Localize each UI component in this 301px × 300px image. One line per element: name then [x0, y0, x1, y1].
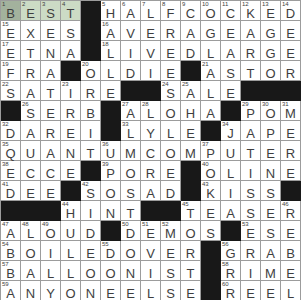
cell-letter: D [86, 227, 95, 240]
cell-r13c3[interactable]: I [41, 241, 61, 261]
cell-r1c2[interactable]: 2E [21, 1, 41, 21]
cell-r4c14[interactable]: O [261, 61, 281, 81]
cell-r2c12[interactable]: E [221, 21, 241, 41]
cell-r8c9[interactable]: O [161, 141, 181, 161]
cell-r11c7[interactable]: T [121, 201, 141, 221]
cell-letter: T [247, 147, 255, 160]
black-square [241, 81, 261, 101]
cell-letter: B [6, 247, 15, 260]
cell-r15c2[interactable]: N [21, 281, 41, 300]
cell-r9c3[interactable]: C [41, 161, 61, 181]
cell-letter: X [26, 27, 35, 40]
cell-r12c7[interactable]: 50D [121, 221, 141, 241]
cell-r6c2[interactable]: 26S [21, 101, 41, 121]
cell-r12c8[interactable]: 51E [141, 221, 161, 241]
cell-letter: E [286, 227, 295, 240]
cell-r13c1[interactable]: 54B [1, 241, 21, 261]
cell-letter: N [46, 47, 55, 60]
cell-r14c3[interactable]: L [41, 261, 61, 281]
cell-letter: D [186, 47, 195, 60]
cell-letter: I [129, 47, 133, 60]
black-square [101, 221, 121, 241]
cell-r4c12[interactable]: S [221, 61, 241, 81]
clue-number: 49 [42, 221, 49, 228]
cell-letter: E [146, 227, 155, 240]
cell-r7c13[interactable]: A [241, 121, 261, 141]
cell-letter: T [47, 87, 55, 100]
black-square [181, 181, 201, 201]
clue-number: 7 [142, 1, 145, 8]
cell-r13c14[interactable]: A [261, 241, 281, 261]
cell-r4c11[interactable]: 21A [201, 61, 221, 81]
cell-r1c13[interactable]: 12K [241, 1, 261, 21]
cell-r12c14[interactable]: S [261, 221, 281, 241]
cell-letter: R [86, 87, 95, 100]
cell-r15c8[interactable]: L [141, 281, 161, 300]
cell-r5c11[interactable]: L [201, 81, 221, 101]
cell-letter: N [26, 287, 35, 300]
cell-r14c14[interactable]: M [261, 261, 281, 281]
cell-r12c1[interactable]: 47A [1, 221, 21, 241]
cell-r15c13[interactable]: E [241, 281, 261, 300]
cell-letter: E [286, 167, 295, 180]
cell-r8c1[interactable]: 35Q [1, 141, 21, 161]
cell-r2c1[interactable]: 15E [1, 21, 21, 41]
cell-r7c7[interactable]: 33L [121, 121, 141, 141]
cell-letter: H [66, 207, 75, 220]
cell-r3c10[interactable]: D [181, 41, 201, 61]
cell-r9c8[interactable]: R [141, 161, 161, 181]
clue-number: 28 [142, 101, 149, 108]
cell-r9c14[interactable]: N [261, 161, 281, 181]
cell-r3c2[interactable]: T [21, 41, 41, 61]
cell-r12c13[interactable]: 53E [241, 221, 261, 241]
cell-letter: S [6, 87, 15, 100]
clue-number: 39 [102, 161, 109, 168]
cell-r1c8[interactable]: 7L [141, 1, 161, 21]
cell-r4c8[interactable]: I [141, 61, 161, 81]
cell-letter: E [66, 127, 75, 140]
cell-letter: E [246, 227, 255, 240]
cell-r3c11[interactable]: L [201, 41, 221, 61]
cell-r13c6[interactable]: 55D [101, 241, 121, 261]
cell-r10c11[interactable]: 43K [201, 181, 221, 201]
cell-r7c15[interactable]: E [281, 121, 301, 141]
cell-letter: I [229, 187, 233, 200]
black-square [221, 221, 241, 241]
cell-letter: A [206, 67, 215, 80]
cell-r8c8[interactable]: C [141, 141, 161, 161]
cell-letter: T [187, 267, 195, 280]
cell-r8c6[interactable]: 36U [101, 141, 121, 161]
cell-r10c8[interactable]: A [141, 181, 161, 201]
cell-r13c15[interactable]: B [281, 241, 301, 261]
cell-r12c15[interactable]: E [281, 221, 301, 241]
clue-number: 15 [2, 21, 9, 28]
cell-r3c4[interactable]: A [61, 41, 81, 61]
cell-r9c4[interactable]: E [61, 161, 81, 181]
cell-letter: P [206, 147, 215, 160]
cell-r3c9[interactable]: E [161, 41, 181, 61]
cell-r14c6[interactable]: O [101, 261, 121, 281]
clue-number: 34 [222, 121, 229, 128]
cell-letter: I [49, 247, 53, 260]
cell-letter: A [206, 107, 215, 120]
cell-r7c14[interactable]: P [261, 121, 281, 141]
cell-letter: E [286, 27, 295, 40]
cell-r12c4[interactable]: U [61, 221, 81, 241]
cell-r13c2[interactable]: O [21, 241, 41, 261]
cell-letter: R [286, 207, 295, 220]
cell-letter: S [66, 27, 75, 40]
cell-r15c9[interactable]: S [161, 281, 181, 300]
clue-number: 9 [182, 1, 185, 8]
cell-r8c7[interactable]: M [121, 141, 141, 161]
cell-r5c9[interactable]: 24S [161, 81, 181, 101]
cell-r1c12[interactable]: 11C [221, 1, 241, 21]
cell-r10c9[interactable]: D [161, 181, 181, 201]
cell-r7c12[interactable]: 34J [221, 121, 241, 141]
clue-number: 38 [2, 161, 9, 168]
cell-r2c6[interactable]: 16A [101, 21, 121, 41]
cell-r10c13[interactable]: S [241, 181, 261, 201]
cell-r8c15[interactable]: R [281, 141, 301, 161]
cell-r7c1[interactable]: 32D [1, 121, 21, 141]
cell-letter: P [266, 127, 275, 140]
cell-r9c13[interactable]: I [241, 161, 261, 181]
cell-r3c3[interactable]: N [41, 41, 61, 61]
cell-r2c11[interactable]: G [201, 21, 221, 41]
cell-r2c13[interactable]: A [241, 21, 261, 41]
cell-letter: L [147, 107, 154, 120]
cell-r1c9[interactable]: 8F [161, 1, 181, 21]
cell-letter: S [166, 267, 175, 280]
cell-r9c1[interactable]: 38E [1, 161, 21, 181]
cell-r13c13[interactable]: R [241, 241, 261, 261]
cell-r3c8[interactable]: V [141, 41, 161, 61]
cell-letter: R [246, 247, 255, 260]
cell-r2c10[interactable]: A [181, 21, 201, 41]
cell-r12c5[interactable]: D [81, 221, 101, 241]
cell-r8c10[interactable]: M [181, 141, 201, 161]
cell-r4c5[interactable]: 20O [81, 61, 101, 81]
cell-r11c10[interactable]: 45T [181, 201, 201, 221]
cell-r11c12[interactable]: A [221, 201, 241, 221]
cell-r2c3[interactable]: E [41, 21, 61, 41]
clue-number: 2 [22, 1, 25, 8]
cell-r3c6[interactable]: 18L [101, 41, 121, 61]
cell-r9c6[interactable]: 39P [101, 161, 121, 181]
clue-number: 1 [2, 1, 5, 8]
cell-r6c9[interactable]: O [161, 101, 181, 121]
cell-r14c8[interactable]: I [141, 261, 161, 281]
cell-r5c2[interactable]: A [21, 81, 41, 101]
cell-r3c12[interactable]: A [221, 41, 241, 61]
clue-number: 26 [22, 101, 29, 108]
cell-r2c4[interactable]: S [61, 21, 81, 41]
black-square [281, 181, 301, 201]
cell-r11c13[interactable]: S [241, 201, 261, 221]
cell-letter: G [225, 247, 235, 260]
cell-letter: R [286, 67, 295, 80]
clue-number: 18 [102, 41, 109, 48]
cell-letter: E [286, 267, 295, 280]
cell-r15c1[interactable]: 59A [1, 281, 21, 300]
cell-letter: E [166, 247, 175, 260]
cell-r14c4[interactable]: L [61, 261, 81, 281]
cell-r13c5[interactable]: E [81, 241, 101, 261]
cell-r1c14[interactable]: 13E [261, 1, 281, 21]
cell-r8c11[interactable]: 37P [201, 141, 221, 161]
cell-r14c12[interactable]: 58R [221, 261, 241, 281]
cell-r5c12[interactable]: E [221, 81, 241, 101]
cell-r9c11[interactable]: 40O [201, 161, 221, 181]
cell-r5c5[interactable]: R [81, 81, 101, 101]
cell-r13c12[interactable]: 56G [221, 241, 241, 261]
cell-letter: G [265, 27, 275, 40]
cell-letter: A [246, 27, 255, 40]
cell-r5c6[interactable]: E [101, 81, 121, 101]
cell-r10c7[interactable]: S [121, 181, 141, 201]
cell-r12c10[interactable]: O [181, 221, 201, 241]
cell-r9c15[interactable]: E [281, 161, 301, 181]
cell-r11c4[interactable]: 44H [61, 201, 81, 221]
cell-r9c2[interactable]: C [21, 161, 41, 181]
black-square [161, 201, 181, 221]
cell-r12c3[interactable]: 49O [41, 221, 61, 241]
cell-r13c9[interactable]: E [161, 241, 181, 261]
cell-letter: S [26, 107, 35, 120]
cell-r15c7[interactable]: E [121, 281, 141, 300]
cell-r4c7[interactable]: D [121, 61, 141, 81]
cell-letter: S [246, 187, 255, 200]
cell-r8c4[interactable]: N [61, 141, 81, 161]
clue-number: 4 [62, 1, 65, 8]
cell-letter: D [286, 7, 295, 20]
cell-r14c2[interactable]: A [21, 261, 41, 281]
cell-r14c15[interactable]: E [281, 261, 301, 281]
cell-r11c6[interactable]: N [101, 201, 121, 221]
cell-letter: O [125, 167, 135, 180]
cell-letter: E [166, 167, 175, 180]
cell-r2c14[interactable]: G [261, 21, 281, 41]
cell-r13c10[interactable]: R [181, 241, 201, 261]
cell-r2c7[interactable]: V [121, 21, 141, 41]
cell-r15c10[interactable]: E [181, 281, 201, 300]
cell-letter: L [207, 47, 214, 60]
cell-r7c3[interactable]: R [41, 121, 61, 141]
clue-number: 13 [262, 1, 269, 8]
cell-r13c4[interactable]: L [61, 241, 81, 261]
cell-r4c1[interactable]: 19F [1, 61, 21, 81]
cell-r5c4[interactable]: 23I [61, 81, 81, 101]
cell-letter: M [125, 147, 136, 160]
cell-r4c15[interactable]: R [281, 61, 301, 81]
cell-r3c15[interactable]: E [281, 41, 301, 61]
cell-r15c5[interactable]: N [81, 281, 101, 300]
cell-letter: U [226, 147, 235, 160]
cell-letter: E [106, 87, 115, 100]
cell-r3c7[interactable]: I [121, 41, 141, 61]
cell-letter: D [126, 227, 135, 240]
cell-letter: U [26, 147, 35, 160]
cell-r12c11[interactable]: S [201, 221, 221, 241]
cell-r7c10[interactable]: E [181, 121, 201, 141]
cell-r7c4[interactable]: E [61, 121, 81, 141]
clue-number: 53 [242, 221, 249, 228]
cell-r14c9[interactable]: S [161, 261, 181, 281]
cell-r6c14[interactable]: 30O [261, 101, 281, 121]
cell-r4c9[interactable]: E [161, 61, 181, 81]
cell-letter: I [249, 267, 253, 280]
cell-letter: G [265, 47, 275, 60]
cell-r5c3[interactable]: T [41, 81, 61, 101]
cell-r14c10[interactable]: T [181, 261, 201, 281]
cell-r10c1[interactable]: 41D [1, 181, 21, 201]
cell-r15c6[interactable]: E [101, 281, 121, 300]
cell-r7c9[interactable]: L [161, 121, 181, 141]
cell-letter: D [6, 127, 15, 140]
cell-r8c5[interactable]: T [81, 141, 101, 161]
cell-r12c9[interactable]: 52M [161, 221, 181, 241]
cell-letter: C [46, 167, 55, 180]
cell-letter: E [126, 287, 135, 300]
cell-letter: T [187, 207, 195, 220]
cell-r4c3[interactable]: A [41, 61, 61, 81]
clue-number: 30 [262, 101, 269, 108]
clue-number: 14 [282, 1, 289, 8]
cell-r15c15[interactable]: L [281, 281, 301, 300]
clue-number: 23 [62, 81, 69, 88]
cell-r7c5[interactable]: I [81, 121, 101, 141]
cell-r6c3[interactable]: E [41, 101, 61, 121]
cell-r1c7[interactable]: 6A [121, 1, 141, 21]
cell-r14c7[interactable]: N [121, 261, 141, 281]
clue-number: 42 [82, 181, 89, 188]
cell-r10c6[interactable]: O [101, 181, 121, 201]
cell-r11c14[interactable]: E [261, 201, 281, 221]
cell-letter: B [6, 7, 15, 20]
cell-letter: L [227, 167, 234, 180]
cell-r9c9[interactable]: E [161, 161, 181, 181]
cell-r1c15[interactable]: 14D [281, 1, 301, 21]
black-square [281, 81, 301, 101]
clue-number: 6 [122, 1, 125, 8]
cell-r14c13[interactable]: I [241, 261, 261, 281]
cell-letter: E [6, 167, 15, 180]
cell-r7c8[interactable]: Y [141, 121, 161, 141]
cell-letter: N [126, 267, 135, 280]
cell-r8c2[interactable]: U [21, 141, 41, 161]
cell-r11c15[interactable]: 46R [281, 201, 301, 221]
cell-r8c14[interactable]: E [261, 141, 281, 161]
cell-r9c7[interactable]: O [121, 161, 141, 181]
cell-r3c14[interactable]: G [261, 41, 281, 61]
cell-letter: L [107, 67, 114, 80]
cell-letter: A [226, 47, 235, 60]
cell-r2c15[interactable]: E [281, 21, 301, 41]
cell-r6c8[interactable]: 28L [141, 101, 161, 121]
cell-letter: O [125, 247, 135, 260]
black-square [61, 181, 81, 201]
cell-r2c8[interactable]: E [141, 21, 161, 41]
cell-r6c5[interactable]: B [81, 101, 101, 121]
cell-r6c7[interactable]: 27A [121, 101, 141, 121]
cell-r8c12[interactable]: U [221, 141, 241, 161]
cursor-cell-r1c1[interactable]: 1B [1, 1, 21, 21]
cell-r14c5[interactable]: O [81, 261, 101, 281]
cell-r10c5[interactable]: 42S [81, 181, 101, 201]
cell-r10c3[interactable]: E [41, 181, 61, 201]
cell-r9c12[interactable]: L [221, 161, 241, 181]
cell-r6c11[interactable]: A [201, 101, 221, 121]
cell-r15c4[interactable]: O [61, 281, 81, 300]
cell-r1c10[interactable]: 9C [181, 1, 201, 21]
cell-r12c2[interactable]: 48L [21, 221, 41, 241]
clue-number: 10 [202, 1, 209, 8]
cell-r4c2[interactable]: R [21, 61, 41, 81]
clue-number: 17 [2, 41, 9, 48]
cell-r11c11[interactable]: E [201, 201, 221, 221]
cell-letter: E [266, 147, 275, 160]
cell-r10c14[interactable]: S [261, 181, 281, 201]
cell-r14c1[interactable]: 57B [1, 261, 21, 281]
cell-r2c2[interactable]: X [21, 21, 41, 41]
cell-r4c13[interactable]: T [241, 61, 261, 81]
clue-number: 48 [22, 221, 29, 228]
cell-letter: O [105, 187, 115, 200]
clue-number: 55 [102, 241, 109, 248]
cell-letter: E [166, 47, 175, 60]
cell-letter: T [67, 7, 75, 20]
cell-r15c14[interactable]: E [261, 281, 281, 300]
cell-r10c2[interactable]: E [21, 181, 41, 201]
cell-r3c13[interactable]: R [241, 41, 261, 61]
cell-letter: F [7, 67, 15, 80]
cell-r6c4[interactable]: R [61, 101, 81, 121]
cell-letter: E [46, 27, 55, 40]
cell-r13c7[interactable]: O [121, 241, 141, 261]
cell-letter: E [26, 7, 35, 20]
cell-r1c3[interactable]: 3S [41, 1, 61, 21]
cell-r1c11[interactable]: 10O [201, 1, 221, 21]
cell-r4c6[interactable]: L [101, 61, 121, 81]
cell-letter: E [146, 27, 155, 40]
cell-r7c2[interactable]: A [21, 121, 41, 141]
cell-letter: R [26, 67, 35, 80]
cell-r5c1[interactable]: 22S [1, 81, 21, 101]
cell-letter: G [205, 27, 215, 40]
cell-r5c10[interactable]: 25A [181, 81, 201, 101]
cell-r8c3[interactable]: A [41, 141, 61, 161]
cell-r15c12[interactable]: 60R [221, 281, 241, 300]
cell-letter: O [265, 67, 275, 80]
cell-r6c10[interactable]: H [181, 101, 201, 121]
cell-r8c13[interactable]: T [241, 141, 261, 161]
cell-r11c5[interactable]: I [81, 201, 101, 221]
black-square [81, 161, 101, 181]
cell-r6c15[interactable]: 31M [281, 101, 301, 121]
cell-r3c1[interactable]: 17E [1, 41, 21, 61]
cell-r1c4[interactable]: 4T [61, 1, 81, 21]
cell-r1c6[interactable]: 5H [101, 1, 121, 21]
cell-r15c3[interactable]: Y [41, 281, 61, 300]
black-square [41, 201, 61, 221]
cell-r6c13[interactable]: 29P [241, 101, 261, 121]
cell-r10c12[interactable]: I [221, 181, 241, 201]
cell-r2c9[interactable]: R [161, 21, 181, 41]
cell-r13c8[interactable]: V [141, 241, 161, 261]
